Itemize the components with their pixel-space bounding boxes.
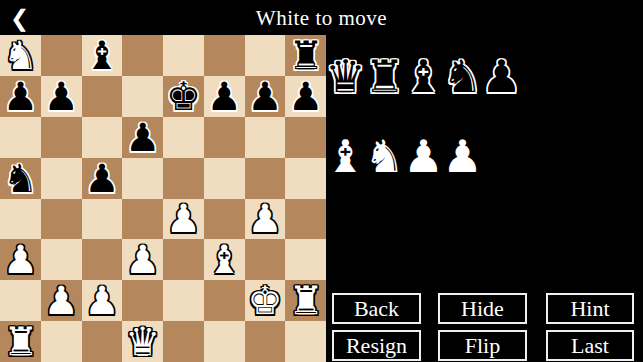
captured-black-rook: ♜ [365,53,404,100]
square-h5[interactable] [285,158,326,199]
white-pawn: ♟ [166,199,201,238]
square-e7[interactable]: ♚ [163,76,204,117]
white-pawn: ♟ [44,281,79,320]
square-d3[interactable]: ♟ [122,239,163,280]
square-h4[interactable] [285,199,326,240]
square-c3[interactable] [82,239,123,280]
captured-black-pawn: ♟ [482,53,521,100]
square-f5[interactable] [204,158,245,199]
square-e4[interactable]: ♟ [163,199,204,240]
square-g8[interactable] [245,35,286,76]
black-pawn: ♟ [125,118,160,157]
square-b8[interactable] [41,35,82,76]
black-pawn: ♟ [3,77,38,116]
captured-black-knight: ♞ [443,53,482,100]
square-b7[interactable]: ♟ [41,76,82,117]
square-b1[interactable] [41,321,82,362]
black-pawn: ♟ [207,77,242,116]
white-pawn: ♟ [247,199,282,238]
black-knight: ♞ [3,159,38,198]
square-d4[interactable] [122,199,163,240]
square-f4[interactable] [204,199,245,240]
white-king: ♚ [247,281,282,320]
square-b3[interactable] [41,239,82,280]
last-button[interactable]: Last [546,330,634,361]
square-d5[interactable] [122,158,163,199]
resign-button[interactable]: Resign [332,330,421,361]
back-button[interactable]: Back [332,293,421,324]
square-c4[interactable] [82,199,123,240]
square-g5[interactable] [245,158,286,199]
square-g3[interactable] [245,239,286,280]
square-a8[interactable]: ♞ [0,35,41,76]
top-bar: ❮ White to move [0,0,643,35]
hint-button[interactable]: Hint [546,293,634,324]
captured-black-queen: ♛ [326,53,365,100]
square-g1[interactable] [245,321,286,362]
square-a6[interactable] [0,117,41,158]
black-bishop: ♝ [84,36,119,75]
captured-white-pieces-row: ♝♞♟♟ [326,133,482,180]
white-pawn: ♟ [125,240,160,279]
black-pawn: ♟ [288,77,323,116]
captured-white-pawn: ♟ [443,133,482,180]
square-d2[interactable] [122,280,163,321]
board: ♞♝♜♟♟♚♟♟♟♟♞♟♟♟♟♟♝♟♟♚♜♜♛ [0,35,326,362]
square-g6[interactable] [245,117,286,158]
square-c6[interactable] [82,117,123,158]
square-a4[interactable] [0,199,41,240]
square-c8[interactable]: ♝ [82,35,123,76]
square-h8[interactable]: ♜ [285,35,326,76]
black-pawn: ♟ [84,159,119,198]
captured-white-bishop: ♝ [326,133,365,180]
square-a7[interactable]: ♟ [0,76,41,117]
square-h2[interactable]: ♜ [285,280,326,321]
square-c7[interactable] [82,76,123,117]
square-g4[interactable]: ♟ [245,199,286,240]
square-c5[interactable]: ♟ [82,158,123,199]
captured-white-pawn: ♟ [404,133,443,180]
square-h3[interactable] [285,239,326,280]
square-b6[interactable] [41,117,82,158]
page-title: White to move [0,6,643,31]
square-f1[interactable] [204,321,245,362]
square-d7[interactable] [122,76,163,117]
square-h6[interactable] [285,117,326,158]
square-d6[interactable]: ♟ [122,117,163,158]
square-e6[interactable] [163,117,204,158]
square-e2[interactable] [163,280,204,321]
square-d1[interactable]: ♛ [122,321,163,362]
white-rook: ♜ [288,281,323,320]
square-f8[interactable] [204,35,245,76]
square-e8[interactable] [163,35,204,76]
square-c1[interactable] [82,321,123,362]
captured-black-bishop: ♝ [404,53,443,100]
square-b5[interactable] [41,158,82,199]
white-queen: ♛ [125,322,160,361]
square-a1[interactable]: ♜ [0,321,41,362]
square-a3[interactable]: ♟ [0,239,41,280]
square-d8[interactable] [122,35,163,76]
black-rook: ♜ [288,36,323,75]
white-rook: ♜ [3,322,38,361]
square-e3[interactable] [163,239,204,280]
square-f6[interactable] [204,117,245,158]
white-pawn: ♟ [84,281,119,320]
square-e1[interactable] [163,321,204,362]
square-f3[interactable]: ♝ [204,239,245,280]
captured-black-pieces-row: ♛♜♝♞♟ [326,53,521,100]
black-pawn: ♟ [247,77,282,116]
square-h1[interactable] [285,321,326,362]
black-king: ♚ [166,77,201,116]
captured-white-knight: ♞ [365,133,404,180]
square-c2[interactable]: ♟ [82,280,123,321]
square-b4[interactable] [41,199,82,240]
white-bishop: ♝ [207,240,242,279]
square-a5[interactable]: ♞ [0,158,41,199]
square-f2[interactable] [204,280,245,321]
black-pawn: ♟ [44,77,79,116]
square-g7[interactable]: ♟ [245,76,286,117]
hide-button[interactable]: Hide [438,293,527,324]
white-pawn: ♟ [3,240,38,279]
square-g2[interactable]: ♚ [245,280,286,321]
square-a2[interactable] [0,280,41,321]
white-knight: ♞ [3,36,38,75]
square-h7[interactable]: ♟ [285,76,326,117]
square-e5[interactable] [163,158,204,199]
square-f7[interactable]: ♟ [204,76,245,117]
square-b2[interactable]: ♟ [41,280,82,321]
flip-button[interactable]: Flip [438,330,527,361]
